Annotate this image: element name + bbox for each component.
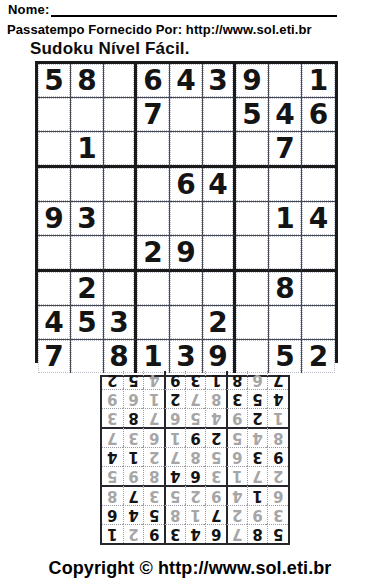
sudoku-grid: 5864391754617649314292845327813952 xyxy=(35,61,338,363)
cell-r1c3[interactable] xyxy=(104,64,137,98)
cell-r6c8[interactable] xyxy=(269,236,302,272)
cell-r3c4[interactable] xyxy=(137,132,170,168)
solution-cell-r1c4: 6 xyxy=(205,524,226,543)
cell-r2c2[interactable] xyxy=(71,98,104,132)
cell-r3c9[interactable] xyxy=(302,132,335,168)
cell-r1c1: 5 xyxy=(38,64,71,98)
cell-r9c4: 1 xyxy=(137,340,170,373)
solution-cell-r2c3: 2 xyxy=(226,505,247,524)
cell-r8c4[interactable] xyxy=(137,306,170,340)
cell-r1c9: 1 xyxy=(302,64,335,98)
cell-r7c1[interactable] xyxy=(38,272,71,306)
solution-cell-r7c4: 4 xyxy=(205,408,226,427)
cell-r8c7[interactable] xyxy=(236,306,269,340)
cell-r7c2: 2 xyxy=(71,272,104,306)
page-title: Sudoku Nível Fácil. xyxy=(30,39,190,59)
cell-r9c5: 3 xyxy=(170,340,203,373)
solution-cell-r7c1: 1 xyxy=(267,408,288,427)
cell-r3c1[interactable] xyxy=(38,132,71,168)
solution-cell-r3c2: 1 xyxy=(247,485,268,505)
copyright-line: Copyright © http://www.sol.eti.br xyxy=(0,558,380,579)
solution-cell-r7c5: 5 xyxy=(185,408,206,427)
cell-r7c5[interactable] xyxy=(170,272,203,306)
cell-r1c8[interactable] xyxy=(269,64,302,98)
solution-cell-r5c4: 5 xyxy=(205,447,226,466)
cell-r4c5: 6 xyxy=(170,168,203,202)
cell-r6c6[interactable] xyxy=(203,236,236,272)
cell-r5c9: 4 xyxy=(302,202,335,236)
cell-r6c5: 9 xyxy=(170,236,203,272)
solution-cell-r8c4: 8 xyxy=(205,389,226,408)
cell-r2c7: 5 xyxy=(236,98,269,132)
solution-cell-r9c9: 2 xyxy=(102,371,123,389)
cell-r8c3: 3 xyxy=(104,306,137,340)
solution-cell-r9c1: 7 xyxy=(267,371,288,389)
name-row: Nome: xyxy=(8,2,337,17)
cell-r4c2[interactable] xyxy=(71,168,104,202)
solution-cell-r9c7: 4 xyxy=(143,371,164,389)
solution-cell-r5c2: 3 xyxy=(247,447,268,466)
cell-r7c4[interactable] xyxy=(137,272,170,306)
solution-cell-r8c8: 6 xyxy=(123,389,144,408)
solution-cell-r5c5: 8 xyxy=(185,447,206,466)
cell-r4c4[interactable] xyxy=(137,168,170,202)
solution-cell-r4c6: 4 xyxy=(164,466,185,485)
solution-cell-r6c5: 9 xyxy=(185,427,206,447)
cell-r4c9[interactable] xyxy=(302,168,335,202)
cell-r3c8: 7 xyxy=(269,132,302,168)
solution-cell-r4c4: 3 xyxy=(205,466,226,485)
solution-cell-r2c8: 4 xyxy=(123,505,144,524)
cell-r2c9: 6 xyxy=(302,98,335,132)
cell-r6c3[interactable] xyxy=(104,236,137,272)
name-blank-line xyxy=(51,3,337,17)
solution-cell-r5c9: 4 xyxy=(102,447,123,466)
cell-r8c9[interactable] xyxy=(302,306,335,340)
cell-r8c8[interactable] xyxy=(269,306,302,340)
solution-cell-r2c6: 8 xyxy=(164,505,185,524)
cell-r4c1[interactable] xyxy=(38,168,71,202)
solution-cell-r2c9: 6 xyxy=(102,505,123,524)
solution-cell-r1c5: 4 xyxy=(185,524,206,543)
cell-r8c1: 4 xyxy=(38,306,71,340)
cell-r7c3[interactable] xyxy=(104,272,137,306)
solution-cell-r2c2: 9 xyxy=(247,505,268,524)
solution-cell-r1c1: 5 xyxy=(267,524,288,543)
sudoku-worksheet-page: Nome: Passatempo Fornecido Por: http://w… xyxy=(0,0,380,585)
solution-cell-r8c6: 2 xyxy=(164,389,185,408)
solution-cell-r3c6: 5 xyxy=(164,485,185,505)
cell-r3c3[interactable] xyxy=(104,132,137,168)
solution-cell-r2c1: 3 xyxy=(267,505,288,524)
solution-cell-r6c6: 1 xyxy=(164,427,185,447)
cell-r1c6: 3 xyxy=(203,64,236,98)
cell-r2c6[interactable] xyxy=(203,98,236,132)
cell-r5c2: 3 xyxy=(71,202,104,236)
cell-r5c6[interactable] xyxy=(203,202,236,236)
cell-r3c5[interactable] xyxy=(170,132,203,168)
solution-cell-r6c3: 5 xyxy=(226,427,247,447)
solution-cell-r9c2: 6 xyxy=(247,371,268,389)
solution-cell-r5c3: 6 xyxy=(226,447,247,466)
solution-cell-r6c4: 2 xyxy=(205,427,226,447)
cell-r1c4: 6 xyxy=(137,64,170,98)
solution-cell-r7c8: 8 xyxy=(123,408,144,427)
solution-cell-r4c2: 7 xyxy=(247,466,268,485)
cell-r7c6[interactable] xyxy=(203,272,236,306)
solution-cell-r1c2: 8 xyxy=(247,524,268,543)
solution-cell-r7c9: 3 xyxy=(102,408,123,427)
solution-cell-r6c9: 7 xyxy=(102,427,123,447)
solution-cell-r6c7: 6 xyxy=(143,427,164,447)
solution-cell-r9c4: 1 xyxy=(205,371,226,389)
cell-r7c9[interactable] xyxy=(302,272,335,306)
cell-r1c7: 9 xyxy=(236,64,269,98)
cell-r9c8: 5 xyxy=(269,340,302,373)
solution-cell-r6c1: 8 xyxy=(267,427,288,447)
solution-cell-r1c8: 2 xyxy=(123,524,144,543)
cell-r5c8: 1 xyxy=(269,202,302,236)
solution-cell-r3c4: 9 xyxy=(205,485,226,505)
cell-r3c6[interactable] xyxy=(203,132,236,168)
cell-r5c3[interactable] xyxy=(104,202,137,236)
cell-r8c6: 2 xyxy=(203,306,236,340)
solution-cell-r8c2: 5 xyxy=(247,389,268,408)
solution-cell-r2c7: 5 xyxy=(143,505,164,524)
solution-cell-r8c3: 3 xyxy=(226,389,247,408)
cell-r4c3[interactable] xyxy=(104,168,137,202)
solution-cell-r4c1: 2 xyxy=(267,466,288,485)
solution-cell-r4c7: 8 xyxy=(143,466,164,485)
solution-cell-r3c9: 8 xyxy=(102,485,123,505)
solution-cell-r4c3: 1 xyxy=(226,466,247,485)
solution-cell-r8c5: 7 xyxy=(185,389,206,408)
cell-r6c9[interactable] xyxy=(302,236,335,272)
solution-cell-r4c9: 5 xyxy=(102,466,123,485)
solution-cell-r1c7: 9 xyxy=(143,524,164,543)
cell-r7c8: 8 xyxy=(269,272,302,306)
solution-cell-r2c5: 1 xyxy=(185,505,206,524)
solution-cell-r6c2: 4 xyxy=(247,427,268,447)
cell-r6c4: 2 xyxy=(137,236,170,272)
cell-r5c7[interactable] xyxy=(236,202,269,236)
solution-cell-r7c6: 6 xyxy=(164,408,185,427)
solution-grid-rotated: 5876439213927185466149253782713648959365… xyxy=(100,375,290,545)
cell-r9c9: 2 xyxy=(302,340,335,373)
solution-cell-r5c8: 1 xyxy=(123,447,144,466)
solution-cell-r5c7: 2 xyxy=(143,447,164,466)
cell-r4c7[interactable] xyxy=(236,168,269,202)
cell-r5c5[interactable] xyxy=(170,202,203,236)
solution-cell-r7c7: 7 xyxy=(143,408,164,427)
cell-r3c2: 1 xyxy=(71,132,104,168)
cell-r2c5[interactable] xyxy=(170,98,203,132)
cell-r3c7[interactable] xyxy=(236,132,269,168)
solution-cell-r1c3: 7 xyxy=(226,524,247,543)
solution-cell-r7c3: 9 xyxy=(226,408,247,427)
cell-r9c1: 7 xyxy=(38,340,71,373)
cell-r2c1[interactable] xyxy=(38,98,71,132)
cell-r6c1[interactable] xyxy=(38,236,71,272)
provider-line: Passatempo Fornecido Por: http://www.sol… xyxy=(7,22,312,37)
solution-cell-r3c8: 7 xyxy=(123,485,144,505)
cell-r9c6: 9 xyxy=(203,340,236,373)
solution-cell-r9c6: 9 xyxy=(164,371,185,389)
solution-cell-r7c2: 2 xyxy=(247,408,268,427)
cell-r2c4: 7 xyxy=(137,98,170,132)
name-label: Nome: xyxy=(8,2,49,17)
solution-cell-r2c4: 7 xyxy=(205,505,226,524)
solution-cell-r1c9: 1 xyxy=(102,524,123,543)
solution-cell-r3c7: 3 xyxy=(143,485,164,505)
solution-cell-r3c3: 4 xyxy=(226,485,247,505)
solution-cell-r4c5: 6 xyxy=(185,466,206,485)
cell-r9c7[interactable] xyxy=(236,340,269,373)
cell-r8c5[interactable] xyxy=(170,306,203,340)
cell-r1c2: 8 xyxy=(71,64,104,98)
cell-r4c8[interactable] xyxy=(269,168,302,202)
cell-r4c6: 4 xyxy=(203,168,236,202)
solution-cell-r4c8: 9 xyxy=(123,466,144,485)
cell-r9c2[interactable] xyxy=(71,340,104,373)
solution-cell-r9c8: 5 xyxy=(123,371,144,389)
cell-r9c3: 8 xyxy=(104,340,137,373)
solution-cell-r8c9: 9 xyxy=(102,389,123,408)
cell-r8c2: 5 xyxy=(71,306,104,340)
cell-r7c7[interactable] xyxy=(236,272,269,306)
cell-r5c1: 9 xyxy=(38,202,71,236)
cell-r6c2[interactable] xyxy=(71,236,104,272)
solution-cell-r3c1: 6 xyxy=(267,485,288,505)
solution-cell-r8c7: 1 xyxy=(143,389,164,408)
cell-r5c4[interactable] xyxy=(137,202,170,236)
cell-r2c8: 4 xyxy=(269,98,302,132)
cell-r1c5: 4 xyxy=(170,64,203,98)
solution-cell-r5c6: 7 xyxy=(164,447,185,466)
solution-cell-r8c1: 4 xyxy=(267,389,288,408)
solution-cell-r1c6: 3 xyxy=(164,524,185,543)
solution-cell-r6c8: 3 xyxy=(123,427,144,447)
solution-cell-r3c5: 2 xyxy=(185,485,206,505)
solution-cell-r9c3: 8 xyxy=(226,371,247,389)
solution-cell-r9c5: 3 xyxy=(185,371,206,389)
cell-r2c3[interactable] xyxy=(104,98,137,132)
solution-cell-r5c1: 9 xyxy=(267,447,288,466)
cell-r6c7[interactable] xyxy=(236,236,269,272)
